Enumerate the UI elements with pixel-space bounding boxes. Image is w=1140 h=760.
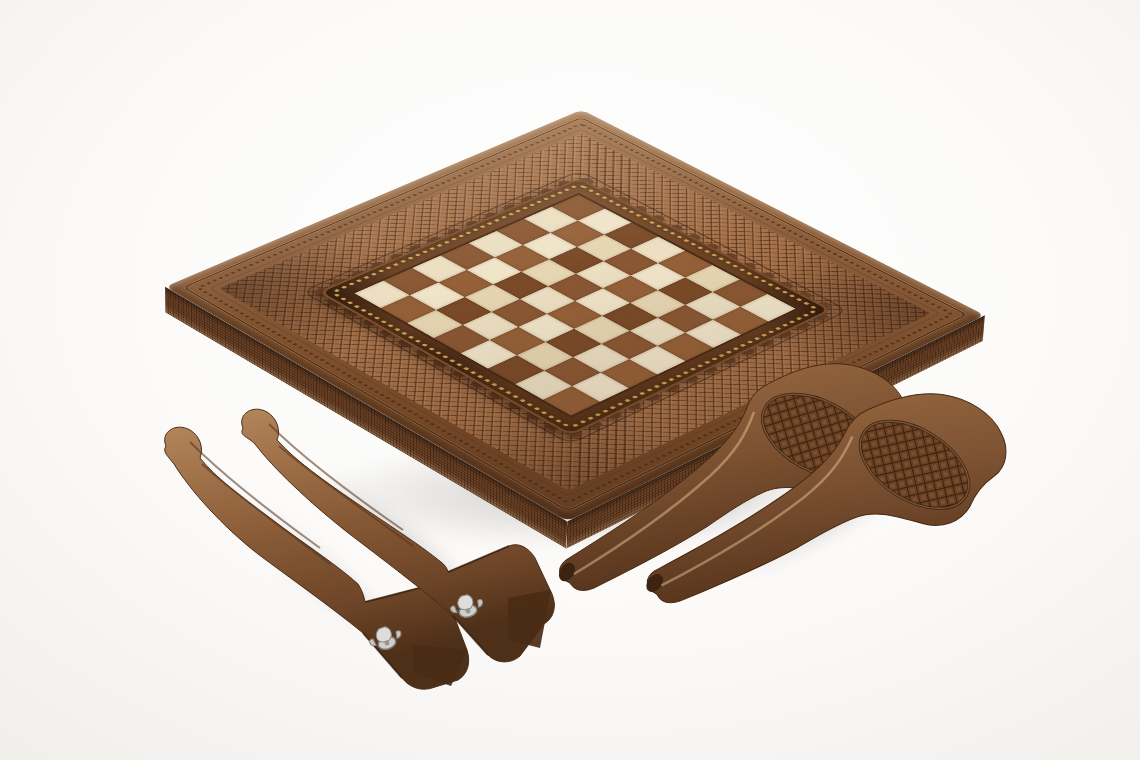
board-square: [491, 299, 546, 327]
board-square: [550, 221, 604, 247]
board-square: [576, 261, 631, 288]
photo-background: [0, 0, 1140, 760]
board-square: [355, 281, 410, 308]
board-square: [548, 274, 603, 301]
board-square: [438, 270, 493, 297]
board-square: [575, 288, 630, 316]
board-square: [658, 251, 712, 278]
board-square: [604, 222, 658, 248]
board-square: [490, 327, 546, 355]
board-square: [658, 278, 713, 305]
board-square: [493, 272, 548, 299]
board-square: [523, 233, 577, 260]
board-square: [412, 255, 467, 282]
board-square: [578, 209, 632, 235]
board-square: [552, 195, 605, 221]
board-square: [577, 235, 631, 262]
board-square: [524, 207, 578, 233]
board-square: [685, 320, 741, 348]
board-square: [685, 292, 740, 320]
table-leg-carved-4: [630, 370, 1030, 620]
board-square: [436, 297, 491, 325]
board-square: [381, 295, 436, 323]
board-square: [461, 340, 517, 369]
board-square: [631, 237, 685, 264]
board-square: [713, 307, 768, 335]
board-square: [549, 247, 603, 274]
block-end-face: [508, 590, 551, 648]
board-square: [467, 257, 522, 284]
board-square: [518, 314, 574, 342]
board-square: [602, 303, 657, 331]
board-square: [631, 263, 686, 290]
board-square: [488, 355, 544, 384]
board-square: [574, 316, 630, 344]
board-square: [740, 294, 795, 322]
table-leg-smooth-2: [225, 398, 565, 668]
board-square: [521, 259, 576, 286]
board-square: [434, 325, 490, 353]
board-square: [658, 305, 713, 333]
board-square: [630, 290, 685, 318]
board-square: [497, 219, 551, 245]
board-square: [383, 268, 438, 295]
board-square: [469, 231, 523, 258]
board-square: [603, 276, 658, 303]
board-square: [630, 318, 686, 346]
board-square: [410, 282, 465, 310]
board-square: [495, 245, 549, 272]
board-square: [520, 286, 575, 314]
board-square: [547, 301, 602, 329]
board-square: [465, 284, 520, 312]
board-square: [604, 249, 658, 276]
board-square: [685, 265, 740, 292]
board-square: [407, 310, 463, 338]
board-square: [441, 243, 495, 270]
board-square: [463, 312, 519, 340]
board-square: [713, 279, 768, 306]
